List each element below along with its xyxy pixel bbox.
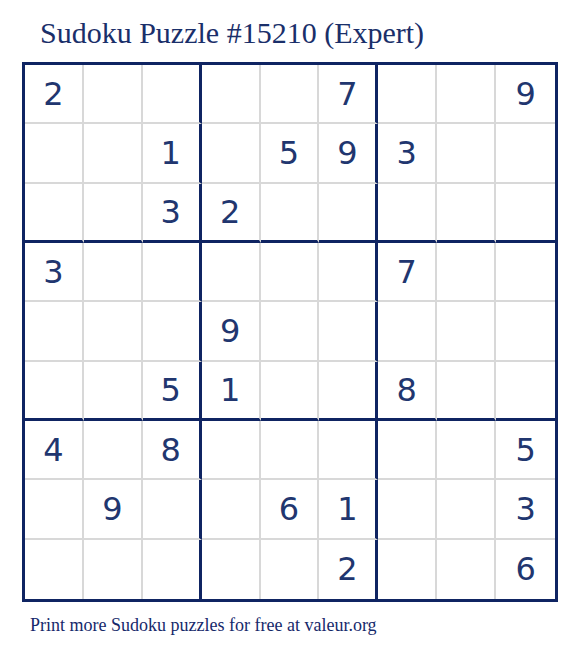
cell-r8c4-empty[interactable] [202, 480, 261, 539]
cell-r2c5-given: 5 [261, 124, 320, 183]
cell-r3c7-empty[interactable] [378, 184, 437, 243]
cell-r7c5-empty[interactable] [261, 421, 320, 480]
cell-r1c2-empty[interactable] [84, 65, 143, 124]
cell-r1c4-empty[interactable] [202, 65, 261, 124]
cell-r2c7-given: 3 [378, 124, 437, 183]
cell-r3c6-empty[interactable] [319, 184, 378, 243]
cell-r9c8-empty[interactable] [437, 540, 496, 599]
cell-r7c8-empty[interactable] [437, 421, 496, 480]
cell-r6c5-empty[interactable] [261, 362, 320, 421]
cell-r4c2-empty[interactable] [84, 243, 143, 302]
cell-r7c4-empty[interactable] [202, 421, 261, 480]
cell-r5c7-empty[interactable] [378, 302, 437, 361]
cell-r6c8-empty[interactable] [437, 362, 496, 421]
cell-r9c9-given: 6 [496, 540, 555, 599]
cell-r6c3-given: 5 [143, 362, 202, 421]
cell-r1c8-empty[interactable] [437, 65, 496, 124]
cell-r4c4-empty[interactable] [202, 243, 261, 302]
cell-r2c6-given: 9 [319, 124, 378, 183]
cell-r6c7-given: 8 [378, 362, 437, 421]
cell-r4c6-empty[interactable] [319, 243, 378, 302]
cell-r1c9-given: 9 [496, 65, 555, 124]
cell-r6c4-given: 1 [202, 362, 261, 421]
cell-r1c5-empty[interactable] [261, 65, 320, 124]
cell-r1c7-empty[interactable] [378, 65, 437, 124]
footer-text: Print more Sudoku puzzles for free at va… [30, 615, 377, 636]
cell-r2c1-empty[interactable] [25, 124, 84, 183]
cell-r3c9-empty[interactable] [496, 184, 555, 243]
cell-r5c2-empty[interactable] [84, 302, 143, 361]
cell-r6c2-empty[interactable] [84, 362, 143, 421]
cell-r6c1-empty[interactable] [25, 362, 84, 421]
cell-r4c8-empty[interactable] [437, 243, 496, 302]
page-title: Sudoku Puzzle #15210 (Expert) [40, 16, 424, 50]
cell-r2c4-empty[interactable] [202, 124, 261, 183]
cell-r8c2-given: 9 [84, 480, 143, 539]
cell-r8c6-given: 1 [319, 480, 378, 539]
cell-r9c2-empty[interactable] [84, 540, 143, 599]
cell-r8c5-given: 6 [261, 480, 320, 539]
cell-r9c7-empty[interactable] [378, 540, 437, 599]
cell-r3c4-given: 2 [202, 184, 261, 243]
cell-r6c6-empty[interactable] [319, 362, 378, 421]
cell-r3c8-empty[interactable] [437, 184, 496, 243]
cell-r4c3-empty[interactable] [143, 243, 202, 302]
cell-r9c5-empty[interactable] [261, 540, 320, 599]
cell-r3c1-empty[interactable] [25, 184, 84, 243]
cell-r5c9-empty[interactable] [496, 302, 555, 361]
cell-r2c2-empty[interactable] [84, 124, 143, 183]
cell-r5c3-empty[interactable] [143, 302, 202, 361]
cell-r8c1-empty[interactable] [25, 480, 84, 539]
cell-r7c9-given: 5 [496, 421, 555, 480]
cell-r3c2-empty[interactable] [84, 184, 143, 243]
cell-r9c4-empty[interactable] [202, 540, 261, 599]
cell-r8c3-empty[interactable] [143, 480, 202, 539]
cell-r4c5-empty[interactable] [261, 243, 320, 302]
sudoku-board: 279159332379518485961326 [22, 62, 558, 602]
cell-r8c7-empty[interactable] [378, 480, 437, 539]
cell-r4c1-given: 3 [25, 243, 84, 302]
sudoku-page: Sudoku Puzzle #15210 (Expert) 2791593323… [0, 0, 580, 651]
cell-r5c4-given: 9 [202, 302, 261, 361]
cell-r8c9-given: 3 [496, 480, 555, 539]
cell-r7c3-given: 8 [143, 421, 202, 480]
cell-r9c3-empty[interactable] [143, 540, 202, 599]
cell-r3c3-given: 3 [143, 184, 202, 243]
cell-r6c9-empty[interactable] [496, 362, 555, 421]
cell-r1c6-given: 7 [319, 65, 378, 124]
cell-r7c2-empty[interactable] [84, 421, 143, 480]
cell-r9c6-given: 2 [319, 540, 378, 599]
cell-r4c9-empty[interactable] [496, 243, 555, 302]
cell-r1c3-empty[interactable] [143, 65, 202, 124]
cell-r2c8-empty[interactable] [437, 124, 496, 183]
cell-r7c1-given: 4 [25, 421, 84, 480]
cell-r5c1-empty[interactable] [25, 302, 84, 361]
cell-r1c1-given: 2 [25, 65, 84, 124]
cell-r4c7-given: 7 [378, 243, 437, 302]
cell-r3c5-empty[interactable] [261, 184, 320, 243]
cell-r2c3-given: 1 [143, 124, 202, 183]
cell-r5c5-empty[interactable] [261, 302, 320, 361]
cell-r2c9-empty[interactable] [496, 124, 555, 183]
cell-r9c1-empty[interactable] [25, 540, 84, 599]
cell-r7c6-empty[interactable] [319, 421, 378, 480]
cell-r7c7-empty[interactable] [378, 421, 437, 480]
cell-r5c8-empty[interactable] [437, 302, 496, 361]
cell-r8c8-empty[interactable] [437, 480, 496, 539]
cell-r5c6-empty[interactable] [319, 302, 378, 361]
